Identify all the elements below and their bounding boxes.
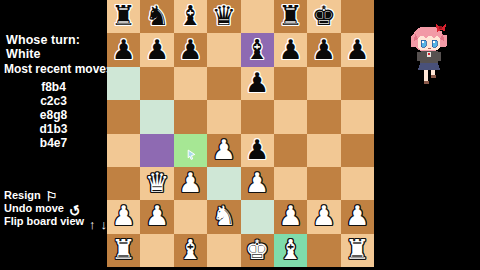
square-h1[interactable]: ♜ bbox=[341, 234, 374, 267]
square-e1[interactable]: ♚ bbox=[241, 234, 274, 267]
flip-board-button[interactable]: Flip board view ↑ ↓ bbox=[4, 215, 107, 228]
square-e7[interactable]: ♝ bbox=[241, 33, 274, 66]
undo-circular-arrow-icon: ↺ bbox=[67, 203, 82, 218]
square-b4[interactable] bbox=[140, 134, 173, 167]
black-pawn: ♟ bbox=[312, 36, 336, 63]
square-a3[interactable] bbox=[107, 167, 140, 200]
undo-move-button[interactable]: Undo move ↺ bbox=[4, 202, 107, 215]
flag-icon: ⚐ bbox=[46, 191, 58, 203]
square-g7[interactable]: ♟ bbox=[307, 33, 340, 66]
white-bishop: ♝ bbox=[178, 236, 202, 263]
black-pawn: ♟ bbox=[112, 36, 136, 63]
square-c5[interactable] bbox=[174, 100, 207, 133]
square-g4[interactable] bbox=[307, 134, 340, 167]
square-a1[interactable]: ♜ bbox=[107, 234, 140, 267]
anime-girl-character-sprite bbox=[409, 23, 449, 85]
square-c7[interactable]: ♟ bbox=[174, 33, 207, 66]
black-pawn: ♟ bbox=[145, 36, 169, 63]
square-a5[interactable] bbox=[107, 100, 140, 133]
right-panel bbox=[374, 0, 480, 270]
square-c4[interactable] bbox=[174, 134, 207, 167]
square-b1[interactable] bbox=[140, 234, 173, 267]
black-queen: ♛ bbox=[212, 2, 236, 29]
move-entry: b4e7 bbox=[0, 136, 107, 150]
square-f5[interactable] bbox=[274, 100, 307, 133]
up-arrow-icon: ↑ bbox=[89, 219, 96, 231]
square-e2[interactable] bbox=[241, 200, 274, 233]
square-h4[interactable] bbox=[341, 134, 374, 167]
recent-moves-title: Most recent moves bbox=[0, 62, 107, 76]
square-d5[interactable] bbox=[207, 100, 240, 133]
square-f6[interactable] bbox=[274, 67, 307, 100]
white-pawn: ♟ bbox=[345, 202, 369, 229]
square-d7[interactable] bbox=[207, 33, 240, 66]
square-h3[interactable] bbox=[341, 167, 374, 200]
square-e6[interactable]: ♟ bbox=[241, 67, 274, 100]
move-entry: d1b3 bbox=[0, 122, 107, 136]
square-g2[interactable]: ♟ bbox=[307, 200, 340, 233]
black-knight: ♞ bbox=[145, 2, 169, 29]
square-f2[interactable]: ♟ bbox=[274, 200, 307, 233]
black-bishop: ♝ bbox=[245, 36, 269, 63]
square-f7[interactable]: ♟ bbox=[274, 33, 307, 66]
square-e8[interactable] bbox=[241, 0, 274, 33]
square-c8[interactable]: ♝ bbox=[174, 0, 207, 33]
square-e3[interactable]: ♟ bbox=[241, 167, 274, 200]
square-c2[interactable] bbox=[174, 200, 207, 233]
square-h8[interactable] bbox=[341, 0, 374, 33]
white-knight: ♞ bbox=[212, 202, 236, 229]
white-queen: ♛ bbox=[145, 169, 169, 196]
move-entry: c2c3 bbox=[0, 94, 107, 108]
square-c6[interactable] bbox=[174, 67, 207, 100]
square-d1[interactable] bbox=[207, 234, 240, 267]
square-g3[interactable] bbox=[307, 167, 340, 200]
square-d4[interactable]: ♟ bbox=[207, 134, 240, 167]
square-h7[interactable]: ♟ bbox=[341, 33, 374, 66]
white-pawn: ♟ bbox=[212, 136, 236, 163]
undo-label: Undo move bbox=[4, 202, 64, 215]
white-pawn: ♟ bbox=[145, 202, 169, 229]
square-d3[interactable] bbox=[207, 167, 240, 200]
square-c3[interactable]: ♟ bbox=[174, 167, 207, 200]
left-sidebar: Whose turn: White Most recent moves f8b4… bbox=[0, 0, 107, 270]
black-pawn: ♟ bbox=[278, 36, 302, 63]
square-g8[interactable]: ♚ bbox=[307, 0, 340, 33]
square-b2[interactable]: ♟ bbox=[140, 200, 173, 233]
black-pawn: ♟ bbox=[178, 36, 202, 63]
black-rook: ♜ bbox=[278, 2, 302, 29]
white-bishop: ♝ bbox=[278, 236, 302, 263]
square-f1[interactable]: ♝ bbox=[274, 234, 307, 267]
square-b7[interactable]: ♟ bbox=[140, 33, 173, 66]
square-a6[interactable] bbox=[107, 67, 140, 100]
square-h2[interactable]: ♟ bbox=[341, 200, 374, 233]
square-b6[interactable] bbox=[140, 67, 173, 100]
black-king: ♚ bbox=[312, 2, 336, 29]
square-f3[interactable] bbox=[274, 167, 307, 200]
black-pawn: ♟ bbox=[245, 69, 269, 96]
black-rook: ♜ bbox=[112, 2, 136, 29]
square-b8[interactable]: ♞ bbox=[140, 0, 173, 33]
square-d8[interactable]: ♛ bbox=[207, 0, 240, 33]
turn-indicator: Whose turn: White bbox=[6, 33, 106, 61]
square-h5[interactable] bbox=[341, 100, 374, 133]
black-pawn: ♟ bbox=[345, 36, 369, 63]
mouse-cursor-icon bbox=[186, 146, 197, 157]
square-g6[interactable] bbox=[307, 67, 340, 100]
square-a4[interactable] bbox=[107, 134, 140, 167]
square-e4[interactable]: ♟ bbox=[241, 134, 274, 167]
square-a2[interactable]: ♟ bbox=[107, 200, 140, 233]
square-b5[interactable] bbox=[140, 100, 173, 133]
white-pawn: ♟ bbox=[245, 169, 269, 196]
chess-board: ♜♞♝♛♜♚♟♟♟♝♟♟♟♟♟♟♛♟♟♟♟♞♟♟♟♜♝♚♝♜ bbox=[107, 0, 374, 267]
square-d2[interactable]: ♞ bbox=[207, 200, 240, 233]
white-rook: ♜ bbox=[345, 236, 369, 263]
square-c1[interactable]: ♝ bbox=[174, 234, 207, 267]
square-e5[interactable] bbox=[241, 100, 274, 133]
square-g1[interactable] bbox=[307, 234, 340, 267]
white-pawn: ♟ bbox=[112, 202, 136, 229]
square-g5[interactable] bbox=[307, 100, 340, 133]
black-bishop: ♝ bbox=[178, 2, 202, 29]
move-entry: f8b4 bbox=[0, 80, 107, 94]
square-h6[interactable] bbox=[341, 67, 374, 100]
square-b3[interactable]: ♛ bbox=[140, 167, 173, 200]
square-a7[interactable]: ♟ bbox=[107, 33, 140, 66]
square-d6[interactable] bbox=[207, 67, 240, 100]
action-menu: Resign ⚐ Undo move ↺ Flip board view ↑ ↓ bbox=[4, 189, 107, 228]
resign-button[interactable]: Resign ⚐ bbox=[4, 189, 107, 202]
white-king: ♚ bbox=[245, 236, 269, 263]
resign-label: Resign bbox=[4, 189, 41, 202]
square-f8[interactable]: ♜ bbox=[274, 0, 307, 33]
white-pawn: ♟ bbox=[278, 202, 302, 229]
square-f4[interactable] bbox=[274, 134, 307, 167]
move-entry: e8g8 bbox=[0, 108, 107, 122]
white-pawn: ♟ bbox=[312, 202, 336, 229]
white-rook: ♜ bbox=[112, 236, 136, 263]
white-pawn: ♟ bbox=[178, 169, 202, 196]
recent-moves-panel: Most recent moves f8b4 c2c3 e8g8 d1b3 b4… bbox=[0, 62, 107, 150]
square-a8[interactable]: ♜ bbox=[107, 0, 140, 33]
black-pawn: ♟ bbox=[245, 136, 269, 163]
